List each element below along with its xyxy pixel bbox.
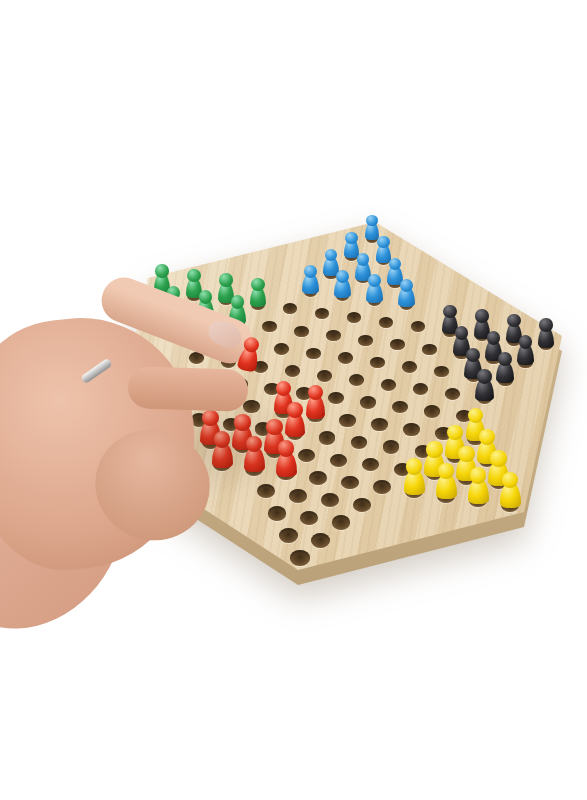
product-photo-scene xyxy=(0,0,587,800)
held-peg-layer xyxy=(0,0,587,800)
peg-red[interactable] xyxy=(236,336,263,373)
